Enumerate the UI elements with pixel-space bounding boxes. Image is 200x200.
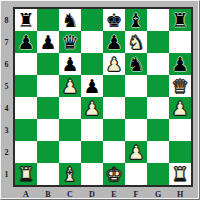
square-c3[interactable]	[59, 119, 81, 141]
square-a4[interactable]	[15, 97, 37, 119]
square-c1[interactable]: ♝	[59, 163, 81, 185]
square-a3[interactable]	[15, 119, 37, 141]
square-c2[interactable]	[59, 141, 81, 163]
black-king-e8[interactable]: ♚	[105, 9, 122, 31]
file-label-g: G	[147, 188, 169, 200]
square-g5[interactable]	[147, 75, 169, 97]
white-queen-h5[interactable]: ♛	[171, 75, 188, 97]
file-label-a: A	[15, 188, 37, 200]
square-b2[interactable]	[37, 141, 59, 163]
black-pawn-a7[interactable]: ♟	[17, 31, 34, 53]
square-b6[interactable]	[37, 53, 59, 75]
square-f2[interactable]: ♟	[125, 141, 147, 163]
square-e4[interactable]	[103, 97, 125, 119]
square-a6[interactable]	[15, 53, 37, 75]
square-h4[interactable]: ♟	[169, 97, 191, 119]
square-c7[interactable]: ♛	[59, 31, 81, 53]
white-pawn-d4[interactable]: ♟	[83, 97, 100, 119]
square-b5[interactable]	[37, 75, 59, 97]
file-label-d: D	[81, 188, 103, 200]
square-e7[interactable]: ♟	[103, 31, 125, 53]
file-label-e: E	[103, 188, 125, 200]
black-rook-a8[interactable]: ♜	[17, 9, 34, 31]
rank-label-7: 7	[1, 31, 12, 53]
file-label-f: F	[125, 188, 147, 200]
rank-label-6: 6	[1, 53, 12, 75]
square-h1[interactable]: ♜	[169, 163, 191, 185]
square-f8[interactable]: ♝	[125, 9, 147, 31]
black-queen-c7[interactable]: ♛	[61, 31, 78, 53]
square-e8[interactable]: ♚	[103, 9, 125, 31]
rank-label-2: 2	[1, 141, 12, 163]
rank-label-1: 1	[1, 163, 12, 185]
black-pawn-e7[interactable]: ♟	[105, 31, 122, 53]
square-b8[interactable]	[37, 9, 59, 31]
square-d1[interactable]	[81, 163, 103, 185]
square-f3[interactable]	[125, 119, 147, 141]
square-d7[interactable]	[81, 31, 103, 53]
square-g4[interactable]	[147, 97, 169, 119]
square-d2[interactable]	[81, 141, 103, 163]
square-a7[interactable]: ♟	[15, 31, 37, 53]
file-label-b: B	[37, 188, 59, 200]
square-a2[interactable]	[15, 141, 37, 163]
square-d6[interactable]	[81, 53, 103, 75]
square-a1[interactable]: ♜	[15, 163, 37, 185]
square-d5[interactable]: ♟	[81, 75, 103, 97]
black-pawn-b7[interactable]: ♟	[39, 31, 56, 53]
rank-label-4: 4	[1, 97, 12, 119]
square-b7[interactable]: ♟	[37, 31, 59, 53]
white-rook-h1[interactable]: ♜	[171, 163, 188, 185]
chess-board: ♜♞♚♝♜♟♟♛♟♞♟♟♞♟♟♟♛♟♟♟♜♝♚♜	[13, 7, 193, 187]
square-d3[interactable]	[81, 119, 103, 141]
white-rook-a1[interactable]: ♜	[17, 163, 34, 185]
black-knight-f6[interactable]: ♞	[127, 53, 144, 75]
black-knight-c8[interactable]: ♞	[61, 9, 78, 31]
square-c6[interactable]: ♟	[59, 53, 81, 75]
board-frame: 87654321 ABCDEFGH ♜♞♚♝♜♟♟♛♟♞♟♟♞♟♟♟♛♟♟♟♜♝…	[0, 0, 200, 200]
white-bishop-c1[interactable]: ♝	[61, 163, 78, 185]
square-e5[interactable]	[103, 75, 125, 97]
square-b1[interactable]	[37, 163, 59, 185]
square-c8[interactable]: ♞	[59, 9, 81, 31]
square-h2[interactable]	[169, 141, 191, 163]
square-b4[interactable]	[37, 97, 59, 119]
file-label-c: C	[59, 188, 81, 200]
white-pawn-e6[interactable]: ♟	[105, 53, 122, 75]
black-pawn-c6[interactable]: ♟	[61, 53, 78, 75]
square-f6[interactable]: ♞	[125, 53, 147, 75]
square-a8[interactable]: ♜	[15, 9, 37, 31]
square-h5[interactable]: ♛	[169, 75, 191, 97]
square-e6[interactable]: ♟	[103, 53, 125, 75]
square-g7[interactable]	[147, 31, 169, 53]
white-pawn-c5[interactable]: ♟	[61, 75, 78, 97]
square-g2[interactable]	[147, 141, 169, 163]
square-h8[interactable]: ♜	[169, 9, 191, 31]
square-g1[interactable]	[147, 163, 169, 185]
black-rook-h8[interactable]: ♜	[171, 9, 188, 31]
black-pawn-h6[interactable]: ♟	[171, 53, 188, 75]
square-g8[interactable]	[147, 9, 169, 31]
square-c5[interactable]: ♟	[59, 75, 81, 97]
black-bishop-f8[interactable]: ♝	[127, 9, 144, 31]
square-e2[interactable]	[103, 141, 125, 163]
square-e1[interactable]: ♚	[103, 163, 125, 185]
rank-label-8: 8	[1, 9, 12, 31]
square-a5[interactable]	[15, 75, 37, 97]
white-pawn-h4[interactable]: ♟	[171, 97, 188, 119]
square-e3[interactable]	[103, 119, 125, 141]
square-b3[interactable]	[37, 119, 59, 141]
square-f4[interactable]	[125, 97, 147, 119]
square-f1[interactable]	[125, 163, 147, 185]
square-f5[interactable]	[125, 75, 147, 97]
square-d4[interactable]: ♟	[81, 97, 103, 119]
square-g6[interactable]	[147, 53, 169, 75]
white-knight-f7[interactable]: ♞	[127, 31, 144, 53]
rank-label-3: 3	[1, 119, 12, 141]
white-king-e1[interactable]: ♚	[105, 163, 122, 185]
square-d8[interactable]	[81, 9, 103, 31]
rank-label-5: 5	[1, 75, 12, 97]
black-pawn-d5[interactable]: ♟	[83, 75, 100, 97]
square-h6[interactable]: ♟	[169, 53, 191, 75]
square-c4[interactable]	[59, 97, 81, 119]
square-g3[interactable]	[147, 119, 169, 141]
file-label-h: H	[169, 188, 191, 200]
square-h7[interactable]	[169, 31, 191, 53]
square-f7[interactable]: ♞	[125, 31, 147, 53]
white-pawn-f2[interactable]: ♟	[127, 141, 144, 163]
square-h3[interactable]	[169, 119, 191, 141]
